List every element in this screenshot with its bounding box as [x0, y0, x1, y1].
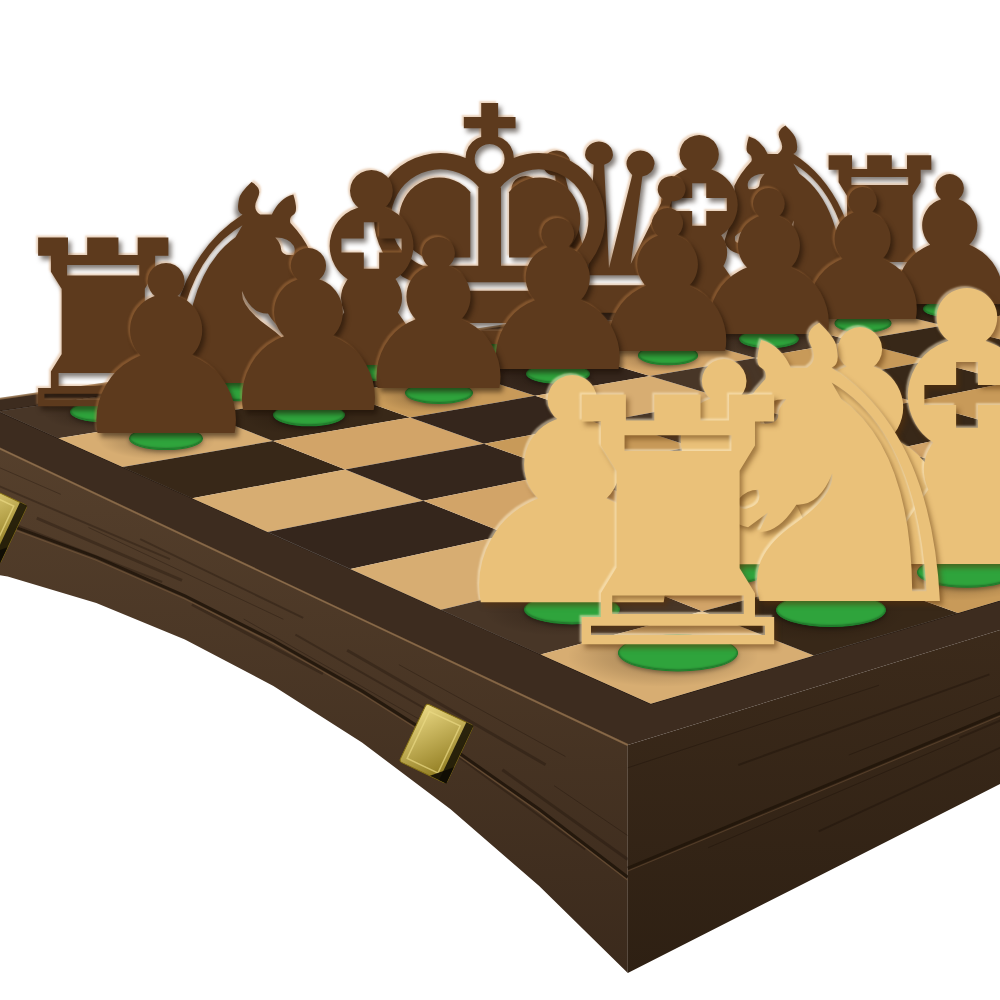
pawn-glyph: ♟: [62, 236, 271, 469]
rook-glyph: ♜: [525, 355, 832, 697]
chess-set-photo: ♜♞♟♝♟♛♟♚♟♝♟♞♟♜♟♟♟♟♝♟♞♜: [0, 0, 1000, 1000]
